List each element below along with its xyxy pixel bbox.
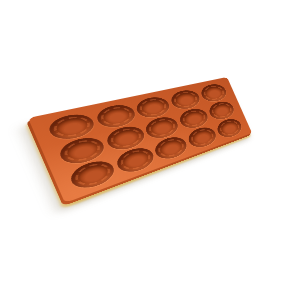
cavity: [168, 88, 203, 112]
cavity-grid: [42, 81, 246, 195]
silicone-mould: [28, 77, 252, 203]
cavity: [214, 116, 244, 140]
photo-canvas: [0, 0, 285, 285]
cavity: [198, 82, 229, 104]
